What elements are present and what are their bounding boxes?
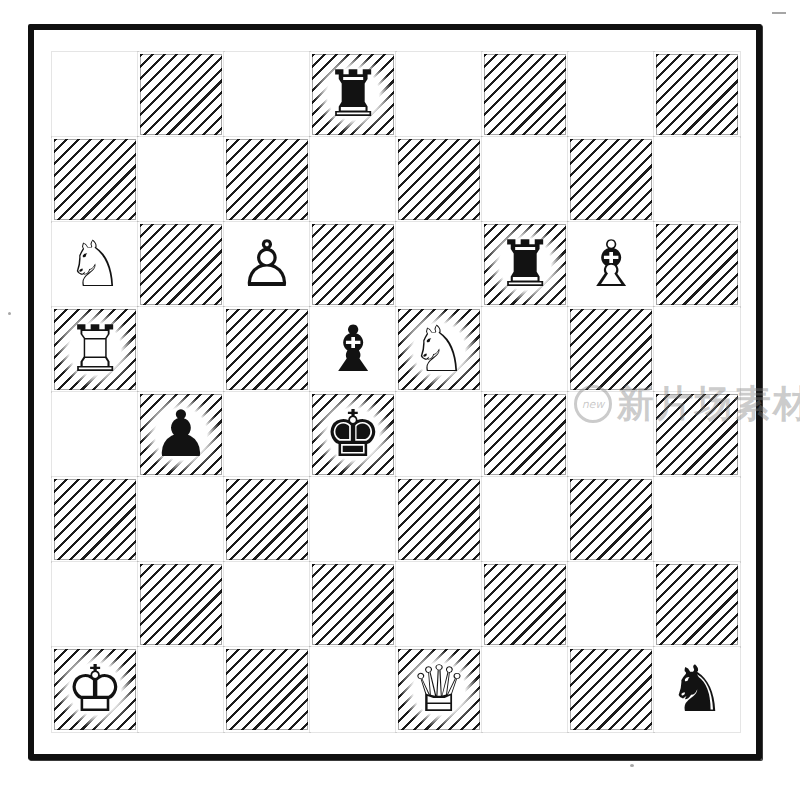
square-a1[interactable]: ♔	[52, 647, 138, 732]
square-g4[interactable]	[568, 392, 654, 477]
black-rook-f6: ♜	[482, 222, 568, 307]
square-b6[interactable]	[138, 222, 224, 307]
square-d3[interactable]	[310, 477, 396, 562]
square-b3[interactable]	[138, 477, 224, 562]
black-bishop-d5: ♝	[310, 307, 396, 392]
square-h5[interactable]	[654, 307, 740, 392]
square-a2[interactable]	[52, 562, 138, 647]
square-c5[interactable]	[224, 307, 310, 392]
square-f8[interactable]	[482, 52, 568, 137]
square-b5[interactable]	[138, 307, 224, 392]
square-h2[interactable]	[654, 562, 740, 647]
square-e3[interactable]	[396, 477, 482, 562]
square-c1[interactable]	[224, 647, 310, 732]
square-g7[interactable]	[568, 137, 654, 222]
square-g6[interactable]: ♗	[568, 222, 654, 307]
black-rook-d8: ♜	[310, 52, 396, 137]
square-g2[interactable]	[568, 562, 654, 647]
square-e4[interactable]	[396, 392, 482, 477]
square-d6[interactable]	[310, 222, 396, 307]
chess-board: ♜♘♙♜♗♖♝♘♟♚♔♕♞	[52, 52, 740, 732]
square-f7[interactable]	[482, 137, 568, 222]
square-d1[interactable]	[310, 647, 396, 732]
square-c4[interactable]	[224, 392, 310, 477]
square-h4[interactable]	[654, 392, 740, 477]
square-e2[interactable]	[396, 562, 482, 647]
square-f2[interactable]	[482, 562, 568, 647]
square-a6[interactable]: ♘	[52, 222, 138, 307]
black-pawn-b4: ♟	[138, 392, 224, 477]
white-king-a1: ♔	[52, 647, 138, 732]
square-c6[interactable]: ♙	[224, 222, 310, 307]
black-king-d4: ♚	[310, 392, 396, 477]
square-d7[interactable]	[310, 137, 396, 222]
square-a8[interactable]	[52, 52, 138, 137]
scan-speck	[8, 312, 11, 315]
black-knight-h1: ♞	[654, 647, 740, 732]
square-e7[interactable]	[396, 137, 482, 222]
square-h8[interactable]	[654, 52, 740, 137]
square-e5[interactable]: ♘	[396, 307, 482, 392]
square-e6[interactable]	[396, 222, 482, 307]
square-f3[interactable]	[482, 477, 568, 562]
square-d2[interactable]	[310, 562, 396, 647]
square-c2[interactable]	[224, 562, 310, 647]
white-bishop-g6: ♗	[568, 222, 654, 307]
square-f4[interactable]	[482, 392, 568, 477]
square-h6[interactable]	[654, 222, 740, 307]
square-g8[interactable]	[568, 52, 654, 137]
square-a5[interactable]: ♖	[52, 307, 138, 392]
scan-speck	[772, 12, 786, 14]
square-d8[interactable]: ♜	[310, 52, 396, 137]
white-pawn-c6: ♙	[224, 222, 310, 307]
square-b1[interactable]	[138, 647, 224, 732]
square-h7[interactable]	[654, 137, 740, 222]
square-a7[interactable]	[52, 137, 138, 222]
square-h1[interactable]: ♞	[654, 647, 740, 732]
square-g3[interactable]	[568, 477, 654, 562]
square-g5[interactable]	[568, 307, 654, 392]
square-f1[interactable]	[482, 647, 568, 732]
square-a3[interactable]	[52, 477, 138, 562]
square-h3[interactable]	[654, 477, 740, 562]
square-b7[interactable]	[138, 137, 224, 222]
white-rook-a5: ♖	[52, 307, 138, 392]
square-b2[interactable]	[138, 562, 224, 647]
square-b4[interactable]: ♟	[138, 392, 224, 477]
square-a4[interactable]	[52, 392, 138, 477]
square-b8[interactable]	[138, 52, 224, 137]
white-knight-a6: ♘	[52, 222, 138, 307]
white-knight-e5: ♘	[396, 307, 482, 392]
square-d5[interactable]: ♝	[310, 307, 396, 392]
square-c7[interactable]	[224, 137, 310, 222]
square-e1[interactable]: ♕	[396, 647, 482, 732]
square-c3[interactable]	[224, 477, 310, 562]
square-f6[interactable]: ♜	[482, 222, 568, 307]
square-c8[interactable]	[224, 52, 310, 137]
square-d4[interactable]: ♚	[310, 392, 396, 477]
scan-speck	[630, 764, 634, 767]
square-e8[interactable]	[396, 52, 482, 137]
white-queen-e1: ♕	[396, 647, 482, 732]
square-f5[interactable]	[482, 307, 568, 392]
square-g1[interactable]	[568, 647, 654, 732]
